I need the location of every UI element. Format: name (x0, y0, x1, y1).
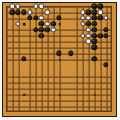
black-stone (103, 62, 108, 67)
black-stone (39, 21, 44, 26)
black-stone (97, 15, 102, 20)
black-stone (92, 33, 97, 38)
go-board (2, 2, 117, 117)
black-stone (92, 27, 97, 32)
black-stone (97, 4, 102, 9)
black-stone (92, 39, 97, 44)
white-stone (86, 27, 91, 32)
white-stone (45, 21, 50, 26)
white-stone (97, 9, 102, 14)
white-stone (15, 4, 20, 9)
black-stone (21, 9, 26, 14)
black-stone (56, 51, 61, 56)
white-stone (80, 21, 85, 26)
black-stone (86, 21, 91, 26)
black-stone (33, 15, 38, 20)
black-stone (92, 56, 97, 61)
black-stone (92, 45, 97, 50)
white-stone (86, 15, 91, 20)
black-stone (27, 15, 32, 20)
black-stone (45, 27, 50, 32)
black-stone (9, 9, 14, 14)
black-stone (97, 33, 102, 38)
white-stone (39, 15, 44, 20)
black-stone (86, 9, 91, 14)
white-stone (15, 21, 20, 26)
black-stone (51, 21, 56, 26)
white-stone (9, 4, 14, 9)
black-stone (56, 15, 61, 20)
white-stone (45, 9, 50, 14)
board-grid (3, 3, 115, 115)
black-stone (92, 15, 97, 20)
white-stone (80, 15, 85, 20)
white-stone (80, 9, 85, 14)
white-stone (80, 33, 85, 38)
black-stone (92, 21, 97, 26)
white-stone (86, 39, 91, 44)
board-cell[interactable] (109, 109, 115, 115)
black-stone (92, 4, 97, 9)
black-stone (39, 27, 44, 32)
black-stone (68, 51, 73, 56)
black-stone (92, 9, 97, 14)
white-stone (39, 4, 44, 9)
black-stone (21, 56, 26, 61)
white-stone (51, 27, 56, 32)
go-app-screen (0, 0, 120, 120)
white-stone (86, 33, 91, 38)
black-stone (103, 27, 108, 32)
black-stone (15, 9, 20, 14)
white-stone (103, 15, 108, 20)
white-stone (33, 4, 38, 9)
white-stone (27, 9, 32, 14)
black-stone (103, 33, 108, 38)
black-stone (39, 33, 44, 38)
black-stone (33, 27, 38, 32)
